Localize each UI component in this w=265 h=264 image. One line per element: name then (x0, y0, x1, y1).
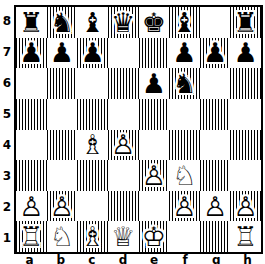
square-c5[interactable] (77, 99, 108, 130)
black-pawn-glyph: ♟ (169, 38, 200, 69)
square-f7[interactable]: ♟ (169, 38, 200, 69)
file-label-e: e (139, 253, 170, 264)
white-rook-outline: ♖ (230, 221, 261, 252)
white-rook[interactable]: ♜♖ (230, 221, 261, 252)
square-g8[interactable] (200, 7, 231, 38)
square-h5[interactable] (230, 99, 261, 130)
white-queen[interactable]: ♛♕ (108, 221, 139, 252)
white-pawn-outline: ♙ (108, 130, 139, 161)
black-pawn[interactable]: ♟ (77, 38, 108, 69)
square-e3[interactable]: ♟♙ (139, 160, 170, 191)
square-f1[interactable] (169, 221, 200, 252)
black-pawn[interactable]: ♟ (230, 38, 261, 69)
file-label-a: a (14, 253, 45, 264)
white-king-outline: ♔ (139, 221, 170, 252)
square-c3[interactable] (77, 160, 108, 191)
black-pawn-glyph: ♟ (200, 38, 231, 69)
white-pawn[interactable]: ♟♙ (200, 191, 231, 222)
square-a6[interactable] (16, 68, 47, 99)
black-knight[interactable]: ♞ (169, 68, 200, 99)
square-h6[interactable] (230, 68, 261, 99)
square-g7[interactable]: ♟ (200, 38, 231, 69)
square-d8[interactable]: ♛ (108, 7, 139, 38)
square-f2[interactable]: ♟♙ (169, 191, 200, 222)
black-pawn-glyph: ♟ (77, 38, 108, 69)
square-b5[interactable] (47, 99, 78, 130)
square-f6[interactable]: ♞ (169, 68, 200, 99)
file-labels: abcdefgh (14, 253, 263, 264)
black-knight-glyph: ♞ (169, 68, 200, 99)
black-bishop-glyph: ♝ (169, 7, 200, 38)
square-c2[interactable] (77, 191, 108, 222)
square-a1[interactable]: ♜♖ (16, 221, 47, 252)
chess-board: ♜♞♝♛♚♝♜♟♟♟♟♟♟♟♞♝♗♟♙♟♙♞♘♟♙♟♙♟♙♟♙♟♙♜♖♞♘♝♗♛… (14, 5, 263, 254)
square-c1[interactable]: ♝♗ (77, 221, 108, 252)
black-pawn-glyph: ♟ (139, 68, 170, 99)
rank-label-8: 8 (0, 5, 14, 36)
square-h3[interactable] (230, 160, 261, 191)
square-f3[interactable]: ♞♘ (169, 160, 200, 191)
square-g4[interactable] (200, 130, 231, 161)
square-e1[interactable]: ♚♔ (139, 221, 170, 252)
black-knight-glyph: ♞ (47, 7, 78, 38)
square-e6[interactable]: ♟ (139, 68, 170, 99)
white-queen-outline: ♕ (108, 221, 139, 252)
white-rook-outline: ♖ (16, 221, 47, 252)
square-f5[interactable] (169, 99, 200, 130)
white-pawn-outline: ♙ (16, 191, 47, 222)
rank-label-3: 3 (0, 161, 14, 192)
black-pawn-glyph: ♟ (16, 38, 47, 69)
square-b2[interactable]: ♟♙ (47, 191, 78, 222)
chess-diagram: 87654321 ♜♞♝♛♚♝♜♟♟♟♟♟♟♟♞♝♗♟♙♟♙♞♘♟♙♟♙♟♙♟♙… (0, 0, 265, 264)
black-rook[interactable]: ♜ (16, 7, 47, 38)
square-d4[interactable]: ♟♙ (108, 130, 139, 161)
black-rook-glyph: ♜ (230, 7, 261, 38)
white-pawn[interactable]: ♟♙ (169, 191, 200, 222)
square-g3[interactable] (200, 160, 231, 191)
white-bishop-outline: ♗ (77, 130, 108, 161)
white-king[interactable]: ♚♔ (139, 221, 170, 252)
black-queen-glyph: ♛ (108, 7, 139, 38)
square-a2[interactable]: ♟♙ (16, 191, 47, 222)
square-c4[interactable]: ♝♗ (77, 130, 108, 161)
square-c7[interactable]: ♟ (77, 38, 108, 69)
black-pawn[interactable]: ♟ (169, 38, 200, 69)
square-g2[interactable]: ♟♙ (200, 191, 231, 222)
square-a3[interactable] (16, 160, 47, 191)
square-c6[interactable] (77, 68, 108, 99)
black-bishop-glyph: ♝ (77, 7, 108, 38)
square-g6[interactable] (200, 68, 231, 99)
square-b8[interactable]: ♞ (47, 7, 78, 38)
black-pawn[interactable]: ♟ (200, 38, 231, 69)
square-g1[interactable] (200, 221, 231, 252)
black-pawn-glyph: ♟ (230, 38, 261, 69)
square-b3[interactable] (47, 160, 78, 191)
file-label-d: d (107, 253, 138, 264)
white-bishop-outline: ♗ (77, 221, 108, 252)
black-queen[interactable]: ♛ (108, 7, 139, 38)
square-d3[interactable] (108, 160, 139, 191)
square-e4[interactable] (139, 130, 170, 161)
square-a7[interactable]: ♟ (16, 38, 47, 69)
square-c8[interactable]: ♝ (77, 7, 108, 38)
square-h2[interactable]: ♟♙ (230, 191, 261, 222)
square-e5[interactable] (139, 99, 170, 130)
black-king-glyph: ♚ (139, 7, 170, 38)
rank-label-7: 7 (0, 36, 14, 67)
white-bishop[interactable]: ♝♗ (77, 130, 108, 161)
square-h1[interactable]: ♜♖ (230, 221, 261, 252)
file-label-c: c (76, 253, 107, 264)
square-d6[interactable] (108, 68, 139, 99)
square-f4[interactable] (169, 130, 200, 161)
white-knight-outline: ♘ (47, 221, 78, 252)
white-pawn[interactable]: ♟♙ (230, 191, 261, 222)
rank-labels: 87654321 (0, 5, 14, 254)
square-d2[interactable] (108, 191, 139, 222)
black-knight[interactable]: ♞ (47, 7, 78, 38)
white-knight[interactable]: ♞♘ (47, 221, 78, 252)
file-label-f: f (170, 253, 201, 264)
white-pawn[interactable]: ♟♙ (139, 160, 170, 191)
rank-label-5: 5 (0, 98, 14, 129)
square-a4[interactable] (16, 130, 47, 161)
file-label-g: g (201, 253, 232, 264)
square-e8[interactable]: ♚ (139, 7, 170, 38)
white-pawn[interactable]: ♟♙ (108, 130, 139, 161)
white-pawn-outline: ♙ (139, 160, 170, 191)
square-e7[interactable] (139, 38, 170, 69)
square-b6[interactable] (47, 68, 78, 99)
square-b1[interactable]: ♞♘ (47, 221, 78, 252)
square-d7[interactable] (108, 38, 139, 69)
black-pawn[interactable]: ♟ (47, 38, 78, 69)
white-bishop[interactable]: ♝♗ (77, 221, 108, 252)
rank-label-6: 6 (0, 67, 14, 98)
white-knight-outline: ♘ (169, 160, 200, 191)
file-label-h: h (232, 253, 263, 264)
square-g5[interactable] (200, 99, 231, 130)
square-d5[interactable] (108, 99, 139, 130)
black-pawn-glyph: ♟ (47, 38, 78, 69)
white-pawn-outline: ♙ (47, 191, 78, 222)
square-d1[interactable]: ♛♕ (108, 221, 139, 252)
rank-label-2: 2 (0, 192, 14, 223)
white-pawn-outline: ♙ (169, 191, 200, 222)
black-king[interactable]: ♚ (139, 7, 170, 38)
square-h8[interactable]: ♜ (230, 7, 261, 38)
white-pawn[interactable]: ♟♙ (16, 191, 47, 222)
square-b4[interactable] (47, 130, 78, 161)
black-bishop[interactable]: ♝ (77, 7, 108, 38)
rank-label-4: 4 (0, 130, 14, 161)
square-h4[interactable] (230, 130, 261, 161)
white-pawn[interactable]: ♟♙ (47, 191, 78, 222)
square-f8[interactable]: ♝ (169, 7, 200, 38)
black-pawn[interactable]: ♟ (16, 38, 47, 69)
black-rook[interactable]: ♜ (230, 7, 261, 38)
white-knight[interactable]: ♞♘ (169, 160, 200, 191)
black-bishop[interactable]: ♝ (169, 7, 200, 38)
square-a8[interactable]: ♜ (16, 7, 47, 38)
black-pawn[interactable]: ♟ (139, 68, 170, 99)
white-pawn-outline: ♙ (230, 191, 261, 222)
white-pawn-outline: ♙ (200, 191, 231, 222)
square-b7[interactable]: ♟ (47, 38, 78, 69)
black-rook-glyph: ♜ (16, 7, 47, 38)
square-e2[interactable] (139, 191, 170, 222)
file-label-b: b (45, 253, 76, 264)
square-h7[interactable]: ♟ (230, 38, 261, 69)
rank-label-1: 1 (0, 223, 14, 254)
square-a5[interactable] (16, 99, 47, 130)
white-rook[interactable]: ♜♖ (16, 221, 47, 252)
